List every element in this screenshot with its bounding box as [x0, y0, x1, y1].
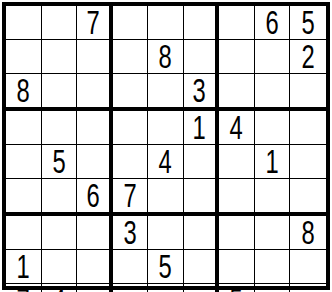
given-digit: 6: [266, 6, 279, 39]
given-digit: 3: [193, 74, 206, 107]
cell-r2c4[interactable]: [113, 40, 149, 74]
cell-r5c2[interactable]: 5: [42, 145, 78, 179]
cell-r3c8[interactable]: [255, 74, 291, 111]
cell-r4c6[interactable]: 1: [184, 111, 220, 145]
cell-r5c3[interactable]: [77, 145, 113, 179]
given-digit: 1: [193, 111, 206, 144]
cell-r6c3[interactable]: 6: [77, 179, 113, 216]
given-digit: 7: [86, 6, 99, 39]
given-digit: 3: [123, 216, 136, 249]
cell-r2c7[interactable]: [219, 40, 255, 74]
given-digit: 8: [302, 216, 315, 249]
cell-r6c9[interactable]: [290, 179, 326, 216]
cell-r1c5[interactable]: [148, 6, 184, 40]
cell-r1c7[interactable]: [219, 6, 255, 40]
cell-r4c7[interactable]: 4: [219, 111, 255, 145]
cell-r6c8[interactable]: [255, 179, 291, 216]
cell-r5c9[interactable]: [290, 145, 326, 179]
cell-r9c5[interactable]: [148, 284, 184, 292]
cell-r4c8[interactable]: [255, 111, 291, 145]
cell-r2c3[interactable]: [77, 40, 113, 74]
cell-r3c6[interactable]: 3: [184, 74, 220, 111]
cell-r6c1[interactable]: [6, 179, 42, 216]
cell-r7c5[interactable]: [148, 216, 184, 250]
given-digit: 2: [302, 40, 315, 73]
cell-r9c8[interactable]: [255, 284, 291, 292]
cell-r6c6[interactable]: [184, 179, 220, 216]
cell-r8c8[interactable]: [255, 250, 291, 284]
cell-r6c2[interactable]: [42, 179, 78, 216]
cell-r8c9[interactable]: [290, 250, 326, 284]
cell-r2c6[interactable]: [184, 40, 220, 74]
given-digit: 6: [86, 179, 99, 212]
cell-r7c4[interactable]: 3: [113, 216, 149, 250]
cell-r6c5[interactable]: [148, 179, 184, 216]
cell-r2c9[interactable]: 2: [290, 40, 326, 74]
cell-r5c7[interactable]: [219, 145, 255, 179]
cell-r4c9[interactable]: [290, 111, 326, 145]
cell-r9c3[interactable]: [77, 284, 113, 292]
cell-r5c1[interactable]: [6, 145, 42, 179]
cell-r7c3[interactable]: [77, 216, 113, 250]
cell-r3c2[interactable]: [42, 74, 78, 111]
cell-r8c5[interactable]: 5: [148, 250, 184, 284]
cell-r1c3[interactable]: 7: [77, 6, 113, 40]
cell-r5c4[interactable]: [113, 145, 149, 179]
cell-r9c6[interactable]: [184, 284, 220, 292]
given-digit: 4: [159, 145, 172, 178]
cell-r9c9[interactable]: [290, 284, 326, 292]
cell-r1c1[interactable]: [6, 6, 42, 40]
given-digit: 5: [230, 284, 243, 292]
cell-r7c7[interactable]: [219, 216, 255, 250]
cell-r7c2[interactable]: [42, 216, 78, 250]
given-digit: 8: [17, 74, 30, 107]
cell-r3c9[interactable]: [290, 74, 326, 111]
cell-r2c2[interactable]: [42, 40, 78, 74]
cell-r1c8[interactable]: 6: [255, 6, 291, 40]
cell-r9c2[interactable]: 4: [42, 284, 78, 292]
cell-r7c9[interactable]: 8: [290, 216, 326, 250]
sudoku-board: 765828314541673815745: [2, 2, 330, 290]
cell-r3c3[interactable]: [77, 74, 113, 111]
cell-r9c1[interactable]: 7: [6, 284, 42, 292]
sudoku-board-wrap: 765828314541673815745: [2, 2, 330, 290]
given-digit: 4: [52, 284, 65, 292]
cell-r2c5[interactable]: 8: [148, 40, 184, 74]
given-digit: 5: [159, 250, 172, 283]
cell-r3c7[interactable]: [219, 74, 255, 111]
cell-r1c6[interactable]: [184, 6, 220, 40]
cell-r9c7[interactable]: 5: [219, 284, 255, 292]
given-digit: 7: [17, 284, 30, 292]
cell-r8c4[interactable]: [113, 250, 149, 284]
given-digit: 7: [123, 179, 136, 212]
cell-r3c4[interactable]: [113, 74, 149, 111]
cell-r3c5[interactable]: [148, 74, 184, 111]
cell-r4c3[interactable]: [77, 111, 113, 145]
cell-r8c3[interactable]: [77, 250, 113, 284]
cell-r5c8[interactable]: 1: [255, 145, 291, 179]
cell-r8c2[interactable]: [42, 250, 78, 284]
cell-r7c6[interactable]: [184, 216, 220, 250]
cell-r4c5[interactable]: [148, 111, 184, 145]
given-digit: 1: [266, 145, 279, 178]
cell-r7c1[interactable]: [6, 216, 42, 250]
cell-r8c7[interactable]: [219, 250, 255, 284]
cell-r3c1[interactable]: 8: [6, 74, 42, 111]
given-digit: 4: [230, 111, 243, 144]
cell-r1c9[interactable]: 5: [290, 6, 326, 40]
given-digit: 8: [159, 40, 172, 73]
cell-r8c6[interactable]: [184, 250, 220, 284]
cell-r1c4[interactable]: [113, 6, 149, 40]
cell-r8c1[interactable]: 1: [6, 250, 42, 284]
cell-r6c7[interactable]: [219, 179, 255, 216]
given-digit: 1: [17, 250, 30, 283]
cell-r2c1[interactable]: [6, 40, 42, 74]
cell-r7c8[interactable]: [255, 216, 291, 250]
given-digit: 5: [52, 145, 65, 178]
given-digit: 5: [302, 6, 315, 39]
cell-r4c1[interactable]: [6, 111, 42, 145]
cell-r4c4[interactable]: [113, 111, 149, 145]
cell-r5c5[interactable]: 4: [148, 145, 184, 179]
cell-r2c8[interactable]: [255, 40, 291, 74]
cell-r4c2[interactable]: [42, 111, 78, 145]
cell-r5c6[interactable]: [184, 145, 220, 179]
cell-r1c2[interactable]: [42, 6, 78, 40]
cell-r9c4[interactable]: [113, 284, 149, 292]
cell-r6c4[interactable]: 7: [113, 179, 149, 216]
